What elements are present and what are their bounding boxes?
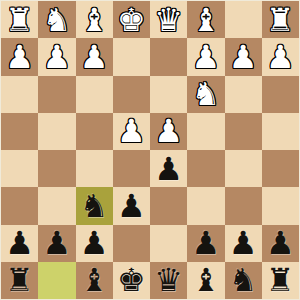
- square-h7[interactable]: ♟: [1, 225, 38, 262]
- chess-board: ♜♞♝♚♛♝♜♟♟♟♟♟♟♞♟♟♟♞♟♟♟♟♟♟♟♜♝♚♛♝♞♜: [0, 0, 300, 300]
- piece-white-king[interactable]: ♚: [117, 4, 146, 36]
- square-f5[interactable]: [76, 150, 113, 187]
- piece-black-pawn[interactable]: ♟: [266, 227, 295, 259]
- piece-white-pawn[interactable]: ♟: [154, 115, 183, 147]
- square-b1[interactable]: [225, 1, 262, 38]
- square-a1[interactable]: ♜: [262, 1, 299, 38]
- square-h5[interactable]: [1, 150, 38, 187]
- square-a6[interactable]: [262, 187, 299, 224]
- piece-white-pawn[interactable]: ♟: [229, 41, 258, 73]
- square-e3[interactable]: [113, 76, 150, 113]
- square-h2[interactable]: ♟: [1, 38, 38, 75]
- square-e4[interactable]: ♟: [113, 113, 150, 150]
- square-h6[interactable]: [1, 187, 38, 224]
- square-g3[interactable]: [38, 76, 75, 113]
- piece-white-rook[interactable]: ♜: [266, 4, 295, 36]
- square-d1[interactable]: ♛: [150, 1, 187, 38]
- square-h8[interactable]: ♜: [1, 262, 38, 299]
- square-f2[interactable]: ♟: [76, 38, 113, 75]
- piece-white-pawn[interactable]: ♟: [5, 41, 34, 73]
- piece-black-bishop[interactable]: ♝: [80, 264, 109, 296]
- piece-white-pawn[interactable]: ♟: [266, 41, 295, 73]
- piece-black-pawn[interactable]: ♟: [5, 227, 34, 259]
- square-h4[interactable]: [1, 113, 38, 150]
- square-g7[interactable]: ♟: [38, 225, 75, 262]
- piece-black-king[interactable]: ♚: [117, 264, 146, 296]
- square-g4[interactable]: [38, 113, 75, 150]
- square-c8[interactable]: ♝: [187, 262, 224, 299]
- square-c2[interactable]: ♟: [187, 38, 224, 75]
- piece-black-pawn[interactable]: ♟: [192, 227, 221, 259]
- square-f7[interactable]: ♟: [76, 225, 113, 262]
- square-h3[interactable]: [1, 76, 38, 113]
- piece-white-pawn[interactable]: ♟: [43, 41, 72, 73]
- piece-black-rook[interactable]: ♜: [266, 264, 295, 296]
- piece-white-rook[interactable]: ♜: [5, 4, 34, 36]
- square-d8[interactable]: ♛: [150, 262, 187, 299]
- piece-black-knight[interactable]: ♞: [229, 264, 258, 296]
- piece-black-pawn[interactable]: ♟: [154, 153, 183, 185]
- piece-white-bishop[interactable]: ♝: [192, 4, 221, 36]
- piece-white-knight[interactable]: ♞: [192, 78, 221, 110]
- square-a2[interactable]: ♟: [262, 38, 299, 75]
- square-g6[interactable]: [38, 187, 75, 224]
- square-b5[interactable]: [225, 150, 262, 187]
- square-f3[interactable]: [76, 76, 113, 113]
- square-c4[interactable]: [187, 113, 224, 150]
- square-d2[interactable]: [150, 38, 187, 75]
- square-e5[interactable]: [113, 150, 150, 187]
- square-f4[interactable]: [76, 113, 113, 150]
- square-e7[interactable]: [113, 225, 150, 262]
- square-d4[interactable]: ♟: [150, 113, 187, 150]
- square-e6[interactable]: ♟: [113, 187, 150, 224]
- square-d5[interactable]: ♟: [150, 150, 187, 187]
- piece-white-pawn[interactable]: ♟: [80, 41, 109, 73]
- square-h1[interactable]: ♜: [1, 1, 38, 38]
- square-d3[interactable]: [150, 76, 187, 113]
- square-g1[interactable]: ♞: [38, 1, 75, 38]
- square-b6[interactable]: [225, 187, 262, 224]
- piece-black-knight[interactable]: ♞: [80, 190, 109, 222]
- square-b8[interactable]: ♞: [225, 262, 262, 299]
- square-g5[interactable]: [38, 150, 75, 187]
- square-g2[interactable]: ♟: [38, 38, 75, 75]
- square-f8[interactable]: ♝: [76, 262, 113, 299]
- piece-white-pawn[interactable]: ♟: [117, 115, 146, 147]
- square-b2[interactable]: ♟: [225, 38, 262, 75]
- piece-white-pawn[interactable]: ♟: [192, 41, 221, 73]
- piece-white-bishop[interactable]: ♝: [80, 4, 109, 36]
- square-a7[interactable]: ♟: [262, 225, 299, 262]
- square-b3[interactable]: [225, 76, 262, 113]
- square-f1[interactable]: ♝: [76, 1, 113, 38]
- square-c5[interactable]: [187, 150, 224, 187]
- square-a5[interactable]: [262, 150, 299, 187]
- square-c7[interactable]: ♟: [187, 225, 224, 262]
- square-a4[interactable]: [262, 113, 299, 150]
- square-b7[interactable]: ♟: [225, 225, 262, 262]
- square-a8[interactable]: ♜: [262, 262, 299, 299]
- square-c1[interactable]: ♝: [187, 1, 224, 38]
- board-grid: ♜♞♝♚♛♝♜♟♟♟♟♟♟♞♟♟♟♞♟♟♟♟♟♟♟♜♝♚♛♝♞♜: [0, 0, 300, 300]
- piece-black-pawn[interactable]: ♟: [80, 227, 109, 259]
- piece-black-bishop[interactable]: ♝: [192, 264, 221, 296]
- piece-white-knight[interactable]: ♞: [43, 4, 72, 36]
- piece-black-pawn[interactable]: ♟: [117, 190, 146, 222]
- piece-black-pawn[interactable]: ♟: [229, 227, 258, 259]
- square-f6[interactable]: ♞: [76, 187, 113, 224]
- piece-white-queen[interactable]: ♛: [154, 4, 183, 36]
- square-d6[interactable]: [150, 187, 187, 224]
- piece-black-pawn[interactable]: ♟: [43, 227, 72, 259]
- square-g8[interactable]: [38, 262, 75, 299]
- square-c3[interactable]: ♞: [187, 76, 224, 113]
- square-c6[interactable]: [187, 187, 224, 224]
- piece-black-rook[interactable]: ♜: [5, 264, 34, 296]
- piece-black-queen[interactable]: ♛: [154, 264, 183, 296]
- square-e2[interactable]: [113, 38, 150, 75]
- square-b4[interactable]: [225, 113, 262, 150]
- square-e8[interactable]: ♚: [113, 262, 150, 299]
- square-d7[interactable]: [150, 225, 187, 262]
- square-a3[interactable]: [262, 76, 299, 113]
- square-e1[interactable]: ♚: [113, 1, 150, 38]
